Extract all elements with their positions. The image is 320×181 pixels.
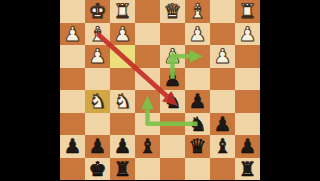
letterbox-left [0,0,60,180]
square-b5 [210,90,235,113]
piece-black-rook: ♜ [239,158,257,180]
square-e5 [135,90,160,113]
square-a4 [235,68,260,91]
square-a2: ♟ [235,23,260,46]
piece-black-rook: ♜ [114,158,132,180]
square-f4 [110,68,135,91]
piece-white-pawn: ♟ [239,23,257,45]
square-g8: ♚ [85,158,110,181]
square-h7: ♟ [60,135,85,158]
square-d7 [160,135,185,158]
square-g2: ♝ [85,23,110,46]
square-h4 [60,68,85,91]
square-h2: ♟ [60,23,85,46]
piece-white-king: ♚ [89,0,107,22]
square-d4: ♟ [160,68,185,91]
square-c6: ♞ [185,113,210,136]
piece-black-pawn: ♟ [89,135,107,157]
square-h8 [60,158,85,181]
piece-black-queen: ♛ [189,135,207,157]
square-h5 [60,90,85,113]
piece-white-knight: ♞ [89,90,107,112]
square-d8 [160,158,185,181]
square-h3 [60,45,85,68]
square-a3 [235,45,260,68]
square-e2 [135,23,160,46]
square-b8 [210,158,235,181]
square-a1: ♜ [235,0,260,23]
square-a6 [235,113,260,136]
piece-white-knight: ♞ [114,90,132,112]
square-f5: ♞ [110,90,135,113]
square-d3: ♟ [160,45,185,68]
piece-white-pawn: ♟ [114,23,132,45]
square-b6: ♟ [210,113,235,136]
square-g5: ♞ [85,90,110,113]
square-a7: ♟ [235,135,260,158]
square-e6 [135,113,160,136]
piece-white-rook: ♜ [114,0,132,22]
piece-white-pawn: ♟ [64,23,82,45]
square-d2 [160,23,185,46]
square-f8: ♜ [110,158,135,181]
square-f3 [110,45,135,68]
piece-white-queen: ♛ [164,0,182,22]
square-f7: ♟ [110,135,135,158]
piece-black-pawn: ♟ [64,135,82,157]
piece-white-pawn: ♟ [189,23,207,45]
square-e1 [135,0,160,23]
video-frame: ♚♜♛♝♜♟♝♟♟♟♟♟♟♟♞♞♞♟♞♟♟♟♟♝♛♝♟♚♜♜ [0,0,320,180]
square-b3: ♟ [210,45,235,68]
square-g3: ♟ [85,45,110,68]
square-e4 [135,68,160,91]
square-c8 [185,158,210,181]
letterbox-right [260,0,320,180]
square-d6 [160,113,185,136]
square-h6 [60,113,85,136]
square-f2: ♟ [110,23,135,46]
square-f1: ♜ [110,0,135,23]
square-g1: ♚ [85,0,110,23]
square-d5: ♞ [160,90,185,113]
square-g4 [85,68,110,91]
piece-black-pawn: ♟ [189,90,207,112]
square-f6 [110,113,135,136]
square-e3 [135,45,160,68]
square-c2: ♟ [185,23,210,46]
piece-black-pawn: ♟ [164,68,182,90]
square-e7: ♝ [135,135,160,158]
piece-white-pawn: ♟ [89,45,107,67]
piece-black-pawn: ♟ [114,135,132,157]
square-c5: ♟ [185,90,210,113]
piece-white-pawn: ♟ [164,45,182,67]
piece-white-bishop: ♝ [189,0,207,22]
piece-black-knight: ♞ [164,90,182,112]
piece-black-pawn: ♟ [239,135,257,157]
chess-board: ♚♜♛♝♜♟♝♟♟♟♟♟♟♟♞♞♞♟♞♟♟♟♟♝♛♝♟♚♜♜ [60,0,260,180]
square-g7: ♟ [85,135,110,158]
square-b1 [210,0,235,23]
square-d1: ♛ [160,0,185,23]
piece-white-bishop: ♝ [89,23,107,45]
piece-black-knight: ♞ [189,113,207,135]
piece-black-king: ♚ [89,158,107,180]
square-b7: ♝ [210,135,235,158]
square-c4 [185,68,210,91]
square-a8: ♜ [235,158,260,181]
piece-black-bishop: ♝ [214,135,232,157]
piece-white-rook: ♜ [239,0,257,22]
piece-white-pawn: ♟ [214,45,232,67]
square-c3 [185,45,210,68]
square-b2 [210,23,235,46]
piece-black-bishop: ♝ [139,135,157,157]
square-g6 [85,113,110,136]
square-c1: ♝ [185,0,210,23]
piece-black-pawn: ♟ [214,113,232,135]
square-h1 [60,0,85,23]
square-b4 [210,68,235,91]
square-c7: ♛ [185,135,210,158]
square-a5 [235,90,260,113]
square-e8 [135,158,160,181]
